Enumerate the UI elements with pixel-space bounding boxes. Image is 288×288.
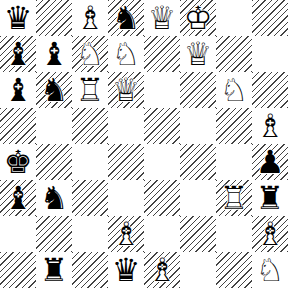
square-b8[interactable] (36, 0, 72, 36)
square-h2[interactable]: ♝♗ (252, 216, 288, 252)
square-c4[interactable] (72, 144, 108, 180)
square-d6[interactable]: ♛♕ (108, 72, 144, 108)
square-f2[interactable] (180, 216, 216, 252)
square-d4[interactable] (108, 144, 144, 180)
black-bishop-a3: ♝♝ (0, 180, 36, 216)
black-knight-b6: ♞♞ (36, 72, 72, 108)
square-h3[interactable]: ♜♜ (252, 180, 288, 216)
square-c1[interactable] (72, 252, 108, 288)
square-g5[interactable] (216, 108, 252, 144)
white-bishop-d2: ♝♗ (108, 216, 144, 252)
square-d2[interactable]: ♝♗ (108, 216, 144, 252)
black-king-a4: ♚♚ (0, 144, 36, 180)
white-bishop-e1: ♝♗ (144, 252, 180, 288)
white-rook-c6: ♜♖ (72, 72, 108, 108)
white-knight-g6: ♞♘ (216, 72, 252, 108)
black-rook-b1: ♜♜ (36, 252, 72, 288)
black-bishop-a6: ♝♝ (0, 72, 36, 108)
white-queen-f7: ♛♕ (180, 36, 216, 72)
black-rook-h3: ♜♜ (252, 180, 288, 216)
square-g1[interactable] (216, 252, 252, 288)
square-f7[interactable]: ♛♕ (180, 36, 216, 72)
square-g4[interactable] (216, 144, 252, 180)
white-king-f8: ♚♔ (180, 0, 216, 36)
black-bishop-a7: ♝♝ (0, 36, 36, 72)
square-b2[interactable] (36, 216, 72, 252)
white-rook-g3: ♜♖ (216, 180, 252, 216)
square-a1[interactable] (0, 252, 36, 288)
white-bishop-h5: ♝♗ (252, 108, 288, 144)
square-e8[interactable]: ♛♕ (144, 0, 180, 36)
white-knight-h1: ♞♘ (252, 252, 288, 288)
square-b1[interactable]: ♜♜ (36, 252, 72, 288)
chess-board: ♛♛♝♗♞♞♛♕♚♔♝♝♝♝♞♘♞♘♛♕♝♝♞♞♜♖♛♕♞♘♝♗♚♚♟♟♝♝♞♞… (0, 0, 288, 288)
square-c3[interactable] (72, 180, 108, 216)
square-a4[interactable]: ♚♚ (0, 144, 36, 180)
square-c8[interactable]: ♝♗ (72, 0, 108, 36)
square-b3[interactable]: ♞♞ (36, 180, 72, 216)
square-c6[interactable]: ♜♖ (72, 72, 108, 108)
square-h8[interactable] (252, 0, 288, 36)
square-h7[interactable] (252, 36, 288, 72)
square-c2[interactable] (72, 216, 108, 252)
square-g2[interactable] (216, 216, 252, 252)
square-d7[interactable]: ♞♘ (108, 36, 144, 72)
square-d5[interactable] (108, 108, 144, 144)
square-a8[interactable]: ♛♛ (0, 0, 36, 36)
square-h4[interactable]: ♟♟ (252, 144, 288, 180)
white-bishop-h2: ♝♗ (252, 216, 288, 252)
square-b4[interactable] (36, 144, 72, 180)
white-bishop-c8: ♝♗ (72, 0, 108, 36)
square-a6[interactable]: ♝♝ (0, 72, 36, 108)
square-a3[interactable]: ♝♝ (0, 180, 36, 216)
square-h5[interactable]: ♝♗ (252, 108, 288, 144)
square-b6[interactable]: ♞♞ (36, 72, 72, 108)
square-f3[interactable] (180, 180, 216, 216)
square-a5[interactable] (0, 108, 36, 144)
square-f4[interactable] (180, 144, 216, 180)
white-queen-e8: ♛♕ (144, 0, 180, 36)
black-bishop-b7: ♝♝ (36, 36, 72, 72)
square-g8[interactable] (216, 0, 252, 36)
black-pawn-h4: ♟♟ (252, 144, 288, 180)
square-b7[interactable]: ♝♝ (36, 36, 72, 72)
white-queen-d6: ♛♕ (108, 72, 144, 108)
square-f6[interactable] (180, 72, 216, 108)
white-knight-c7: ♞♘ (72, 36, 108, 72)
square-f8[interactable]: ♚♔ (180, 0, 216, 36)
chess-diagram: ♛♛♝♗♞♞♛♕♚♔♝♝♝♝♞♘♞♘♛♕♝♝♞♞♜♖♛♕♞♘♝♗♚♚♟♟♝♝♞♞… (0, 0, 288, 288)
square-e2[interactable] (144, 216, 180, 252)
white-knight-d7: ♞♘ (108, 36, 144, 72)
square-b5[interactable] (36, 108, 72, 144)
square-g7[interactable] (216, 36, 252, 72)
square-d8[interactable]: ♞♞ (108, 0, 144, 36)
square-g6[interactable]: ♞♘ (216, 72, 252, 108)
black-knight-b3: ♞♞ (36, 180, 72, 216)
black-queen-a8: ♛♛ (0, 0, 36, 36)
square-d3[interactable] (108, 180, 144, 216)
square-e5[interactable] (144, 108, 180, 144)
square-d1[interactable]: ♛♛ (108, 252, 144, 288)
square-c5[interactable] (72, 108, 108, 144)
square-h6[interactable] (252, 72, 288, 108)
square-g3[interactable]: ♜♖ (216, 180, 252, 216)
square-f1[interactable] (180, 252, 216, 288)
square-e1[interactable]: ♝♗ (144, 252, 180, 288)
square-a2[interactable] (0, 216, 36, 252)
square-e4[interactable] (144, 144, 180, 180)
square-e3[interactable] (144, 180, 180, 216)
square-e7[interactable] (144, 36, 180, 72)
black-queen-d1: ♛♛ (108, 252, 144, 288)
black-knight-d8: ♞♞ (108, 0, 144, 36)
square-c7[interactable]: ♞♘ (72, 36, 108, 72)
square-a7[interactable]: ♝♝ (0, 36, 36, 72)
square-e6[interactable] (144, 72, 180, 108)
square-h1[interactable]: ♞♘ (252, 252, 288, 288)
square-f5[interactable] (180, 108, 216, 144)
